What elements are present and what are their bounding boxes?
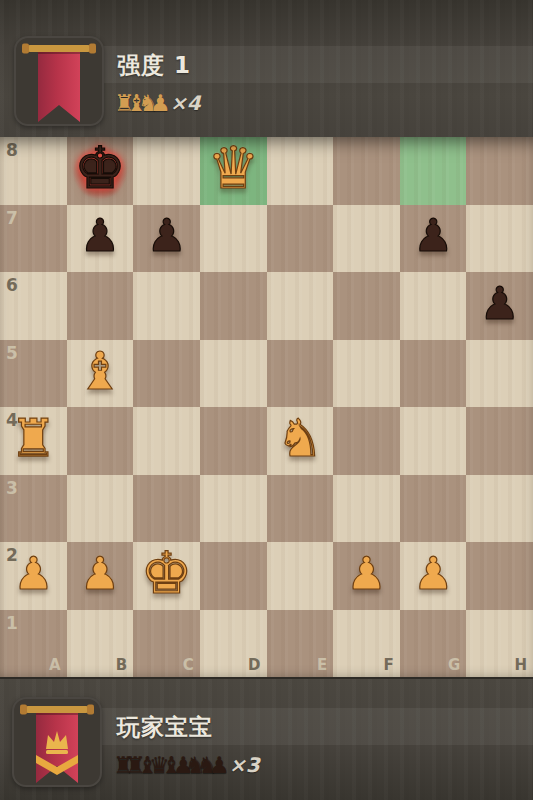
captured-pawn-icon: ♟ xyxy=(150,90,162,116)
square-c5[interactable] xyxy=(133,340,200,408)
captured-pawn-icon: ♟ xyxy=(209,752,221,778)
captured-rook-icon: ♜ xyxy=(113,752,125,778)
piece-white-pawn-f2[interactable]: ♟ xyxy=(346,551,386,596)
square-f8[interactable] xyxy=(333,137,400,205)
square-b6[interactable] xyxy=(67,272,134,340)
file-label-c: C xyxy=(183,656,194,674)
red-banner-icon xyxy=(14,36,104,126)
square-g1[interactable]: G xyxy=(400,610,467,678)
square-a8[interactable]: 8 xyxy=(0,137,67,205)
file-label-b: B xyxy=(116,656,127,674)
opponent-avatar[interactable] xyxy=(14,36,104,126)
square-g7[interactable]: ♟ xyxy=(400,205,467,273)
square-e1[interactable]: E xyxy=(267,610,334,678)
captured-knight-icon: ♞ xyxy=(138,90,150,116)
square-h6[interactable]: ♟ xyxy=(466,272,533,340)
rank-label-3: 3 xyxy=(6,478,18,498)
captured-rook-icon: ♜ xyxy=(114,90,126,116)
file-label-h: H xyxy=(514,656,527,674)
square-a3[interactable]: 3 xyxy=(0,475,67,543)
square-h7[interactable] xyxy=(466,205,533,273)
square-a1[interactable]: 1A xyxy=(0,610,67,678)
rank-label-6: 6 xyxy=(6,275,18,295)
square-f4[interactable] xyxy=(333,407,400,475)
rank-label-1: 1 xyxy=(6,613,18,633)
square-g5[interactable] xyxy=(400,340,467,408)
captured-bishop-icon: ♝ xyxy=(137,752,149,778)
square-c2[interactable]: ♚ xyxy=(133,542,200,610)
piece-black-king-b8[interactable]: ♚ xyxy=(74,139,126,197)
square-d3[interactable] xyxy=(200,475,267,543)
opponent-bar: 强度 1 ♜♝♞♟×4 xyxy=(0,0,533,139)
square-h1[interactable]: H xyxy=(466,610,533,678)
rank-label-7: 7 xyxy=(6,208,18,228)
piece-black-pawn-g7[interactable]: ♟ xyxy=(413,213,453,258)
square-f2[interactable]: ♟ xyxy=(333,542,400,610)
captured-bishop-icon: ♝ xyxy=(126,90,138,116)
square-e5[interactable] xyxy=(267,340,334,408)
captured-knight-icon: ♞ xyxy=(197,752,209,778)
captured-queen-icon: ♛ xyxy=(149,752,161,778)
square-b8[interactable]: ♚ xyxy=(67,137,134,205)
captured-pawn-icon: ♟ xyxy=(173,752,185,778)
square-b3[interactable] xyxy=(67,475,134,543)
square-a7[interactable]: 7 xyxy=(0,205,67,273)
crown-banner-icon xyxy=(12,697,102,787)
piece-black-pawn-c7[interactable]: ♟ xyxy=(146,213,186,258)
piece-black-pawn-h6[interactable]: ♟ xyxy=(480,281,520,326)
captured-rook-icon: ♜ xyxy=(125,752,137,778)
square-b7[interactable]: ♟ xyxy=(67,205,134,273)
square-c7[interactable]: ♟ xyxy=(133,205,200,273)
square-g2[interactable]: ♟ xyxy=(400,542,467,610)
square-f6[interactable] xyxy=(333,272,400,340)
square-c8[interactable] xyxy=(133,137,200,205)
square-a2[interactable]: 2♟ xyxy=(0,542,67,610)
opponent-captured-pieces: ♜♝♞♟×4 xyxy=(114,88,201,116)
square-f3[interactable] xyxy=(333,475,400,543)
square-b1[interactable]: B xyxy=(67,610,134,678)
piece-white-rook-a4[interactable]: ♜ xyxy=(10,412,57,464)
file-label-a: A xyxy=(49,656,61,674)
square-g4[interactable] xyxy=(400,407,467,475)
captured-knight-icon: ♞ xyxy=(185,752,197,778)
square-a4[interactable]: 4♜ xyxy=(0,407,67,475)
square-d1[interactable]: D xyxy=(200,610,267,678)
player-avatar[interactable] xyxy=(12,697,102,787)
piece-white-pawn-g2[interactable]: ♟ xyxy=(413,551,453,596)
chess-app-screen: 强度 1 ♜♝♞♟×4 8♚♛7♟♟♟6♟5♝4♜♞32♟♟♚♟♟1ABCDEF… xyxy=(0,0,533,800)
captured-multiplier: ×3 xyxy=(229,752,260,778)
square-f5[interactable] xyxy=(333,340,400,408)
square-c1[interactable]: C xyxy=(133,610,200,678)
piece-white-bishop-b5[interactable]: ♝ xyxy=(77,345,124,397)
piece-white-knight-e4[interactable]: ♞ xyxy=(277,412,324,464)
square-h8[interactable] xyxy=(466,137,533,205)
captured-multiplier: ×4 xyxy=(170,90,201,116)
file-label-e: E xyxy=(317,656,327,674)
file-label-g: G xyxy=(448,656,460,674)
square-g6[interactable] xyxy=(400,272,467,340)
square-h2[interactable] xyxy=(466,542,533,610)
square-e2[interactable] xyxy=(267,542,334,610)
square-e8[interactable] xyxy=(267,137,334,205)
square-g8[interactable] xyxy=(400,137,467,205)
file-label-d: D xyxy=(248,656,260,674)
square-d8[interactable]: ♛ xyxy=(200,137,267,205)
piece-white-queen-d8[interactable]: ♛ xyxy=(207,139,259,197)
square-d2[interactable] xyxy=(200,542,267,610)
square-f7[interactable] xyxy=(333,205,400,273)
square-a5[interactable]: 5 xyxy=(0,340,67,408)
rank-label-8: 8 xyxy=(6,140,18,160)
file-label-f: F xyxy=(384,656,394,674)
square-d6[interactable] xyxy=(200,272,267,340)
square-d5[interactable] xyxy=(200,340,267,408)
square-b4[interactable] xyxy=(67,407,134,475)
piece-white-pawn-b2[interactable]: ♟ xyxy=(80,551,120,596)
square-d4[interactable] xyxy=(200,407,267,475)
piece-black-pawn-b7[interactable]: ♟ xyxy=(80,213,120,258)
chess-board[interactable]: 8♚♛7♟♟♟6♟5♝4♜♞32♟♟♚♟♟1ABCDEFGH xyxy=(0,137,533,677)
player-bar: 玩家宝宝 ♜♜♝♛♝♟♞♞♟×3 xyxy=(0,677,533,800)
square-c4[interactable] xyxy=(133,407,200,475)
square-h3[interactable] xyxy=(466,475,533,543)
square-e6[interactable] xyxy=(267,272,334,340)
piece-white-king-c2[interactable]: ♚ xyxy=(141,544,193,602)
square-h4[interactable] xyxy=(466,407,533,475)
square-e3[interactable] xyxy=(267,475,334,543)
square-e4[interactable]: ♞ xyxy=(267,407,334,475)
square-c6[interactable] xyxy=(133,272,200,340)
square-f1[interactable]: F xyxy=(333,610,400,678)
player-captured-pieces: ♜♜♝♛♝♟♞♞♟×3 xyxy=(113,750,260,778)
captured-bishop-icon: ♝ xyxy=(161,752,173,778)
square-g3[interactable] xyxy=(400,475,467,543)
opponent-name: 强度 1 xyxy=(117,50,191,81)
square-a6[interactable]: 6 xyxy=(0,272,67,340)
square-h5[interactable] xyxy=(466,340,533,408)
square-e7[interactable] xyxy=(267,205,334,273)
square-b2[interactable]: ♟ xyxy=(67,542,134,610)
piece-white-pawn-a2[interactable]: ♟ xyxy=(13,551,53,596)
square-c3[interactable] xyxy=(133,475,200,543)
rank-label-5: 5 xyxy=(6,343,18,363)
player-name: 玩家宝宝 xyxy=(117,712,213,743)
square-d7[interactable] xyxy=(200,205,267,273)
square-b5[interactable]: ♝ xyxy=(67,340,134,408)
